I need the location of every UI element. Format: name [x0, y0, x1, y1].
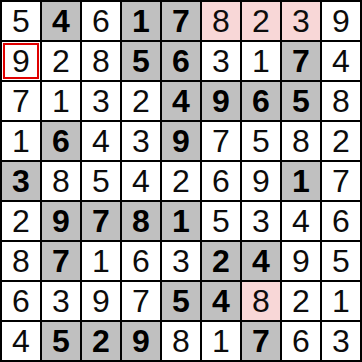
cell-digit: 5: [92, 165, 110, 197]
cell-digit: 2: [292, 285, 310, 317]
cell-digit: 1: [292, 165, 310, 197]
cell-digit: 1: [212, 325, 230, 357]
cell-r2c2[interactable]: 2: [42, 42, 80, 80]
cell-r8c7[interactable]: 8: [242, 282, 280, 320]
cell-digit: 9: [172, 125, 190, 157]
cell-digit: 8: [292, 125, 310, 157]
cell-r9c2[interactable]: 5: [42, 322, 80, 360]
cell-r2c8[interactable]: 7: [282, 42, 320, 80]
cell-digit: 5: [292, 85, 310, 117]
cell-digit: 6: [212, 165, 230, 197]
cell-digit: 9: [212, 85, 230, 117]
cell-digit: 5: [132, 45, 150, 77]
cell-r7c2[interactable]: 7: [42, 242, 80, 280]
cell-r8c4[interactable]: 7: [122, 282, 160, 320]
cell-r6c2[interactable]: 9: [42, 202, 80, 240]
cell-digit: 7: [172, 5, 190, 37]
cell-digit: 4: [52, 5, 70, 37]
cell-digit: 8: [252, 285, 270, 317]
cell-digit: 7: [252, 325, 270, 357]
cell-r4c1[interactable]: 1: [2, 122, 40, 160]
cell-r5c6[interactable]: 6: [202, 162, 240, 200]
cell-r8c6[interactable]: 4: [202, 282, 240, 320]
cell-r2c4[interactable]: 5: [122, 42, 160, 80]
cell-digit: 4: [132, 165, 150, 197]
cell-r6c5[interactable]: 1: [162, 202, 200, 240]
cell-r7c3[interactable]: 1: [82, 242, 120, 280]
cell-digit: 4: [332, 45, 350, 77]
cell-r9c3[interactable]: 2: [82, 322, 120, 360]
cell-r5c4[interactable]: 4: [122, 162, 160, 200]
cell-r5c5[interactable]: 2: [162, 162, 200, 200]
cell-r1c8[interactable]: 3: [282, 2, 320, 40]
cell-digit: 1: [132, 5, 150, 37]
cell-digit: 7: [212, 125, 230, 157]
cell-r8c5[interactable]: 5: [162, 282, 200, 320]
cell-digit: 9: [92, 285, 110, 317]
cell-r4c5[interactable]: 9: [162, 122, 200, 160]
cell-r6c3[interactable]: 7: [82, 202, 120, 240]
cell-r9c5[interactable]: 8: [162, 322, 200, 360]
cell-r4c7[interactable]: 5: [242, 122, 280, 160]
cell-digit: 4: [92, 125, 110, 157]
cell-digit: 7: [92, 205, 110, 237]
cell-digit: 2: [12, 205, 30, 237]
cell-digit: 7: [52, 245, 70, 277]
cell-digit: 1: [12, 125, 30, 157]
cell-r1c6[interactable]: 8: [202, 2, 240, 40]
cell-r4c9[interactable]: 2: [322, 122, 360, 160]
cell-digit: 2: [252, 5, 270, 37]
cell-r8c8[interactable]: 2: [282, 282, 320, 320]
cell-digit: 8: [132, 205, 150, 237]
cell-digit: 5: [332, 245, 350, 277]
cell-r7c4[interactable]: 6: [122, 242, 160, 280]
cell-r2c1[interactable]: 9: [2, 42, 40, 80]
cell-r3c7[interactable]: 6: [242, 82, 280, 120]
cell-digit: 1: [172, 205, 190, 237]
cell-digit: 8: [212, 5, 230, 37]
cell-r9c6[interactable]: 1: [202, 322, 240, 360]
cell-digit: 6: [332, 205, 350, 237]
cell-digit: 4: [12, 325, 30, 357]
cell-r8c2[interactable]: 3: [42, 282, 80, 320]
cell-digit: 1: [52, 85, 70, 117]
cell-r6c7[interactable]: 3: [242, 202, 280, 240]
cell-r5c9[interactable]: 7: [322, 162, 360, 200]
cell-digit: 7: [132, 285, 150, 317]
cell-r2c7[interactable]: 1: [242, 42, 280, 80]
cell-r7c8[interactable]: 9: [282, 242, 320, 280]
cell-r5c8[interactable]: 1: [282, 162, 320, 200]
cell-digit: 9: [292, 245, 310, 277]
cell-r6c1[interactable]: 2: [2, 202, 40, 240]
cell-r4c6[interactable]: 7: [202, 122, 240, 160]
cell-r4c2[interactable]: 6: [42, 122, 80, 160]
cell-r4c3[interactable]: 4: [82, 122, 120, 160]
cell-digit: 8: [172, 325, 190, 357]
cell-r1c5[interactable]: 7: [162, 2, 200, 40]
cell-digit: 3: [92, 85, 110, 117]
cell-r9c1[interactable]: 4: [2, 322, 40, 360]
cell-r1c4[interactable]: 1: [122, 2, 160, 40]
cell-digit: 7: [332, 165, 350, 197]
cell-digit: 8: [12, 245, 30, 277]
cell-r9c4[interactable]: 9: [122, 322, 160, 360]
cell-digit: 6: [172, 45, 190, 77]
cell-digit: 3: [12, 165, 30, 197]
cell-digit: 5: [212, 205, 230, 237]
cell-digit: 5: [252, 125, 270, 157]
cell-digit: 3: [172, 245, 190, 277]
cell-digit: 4: [212, 285, 230, 317]
cell-r3c3[interactable]: 3: [82, 82, 120, 120]
cell-r7c9[interactable]: 5: [322, 242, 360, 280]
cell-r3c9[interactable]: 8: [322, 82, 360, 120]
cell-digit: 3: [132, 125, 150, 157]
cell-digit: 1: [332, 285, 350, 317]
cell-r2c9[interactable]: 4: [322, 42, 360, 80]
cell-r7c6[interactable]: 2: [202, 242, 240, 280]
cell-r5c3[interactable]: 5: [82, 162, 120, 200]
cell-digit: 6: [252, 85, 270, 117]
cell-digit: 8: [92, 45, 110, 77]
cell-digit: 5: [172, 285, 190, 317]
cell-r6c9[interactable]: 6: [322, 202, 360, 240]
cell-digit: 9: [252, 165, 270, 197]
cell-digit: 2: [52, 45, 70, 77]
cell-digit: 5: [12, 5, 30, 37]
cell-r1c1[interactable]: 5: [2, 2, 40, 40]
cell-r4c4[interactable]: 3: [122, 122, 160, 160]
cell-digit: 1: [252, 45, 270, 77]
cell-r7c7[interactable]: 4: [242, 242, 280, 280]
cell-digit: 8: [52, 165, 70, 197]
cell-digit: 6: [132, 245, 150, 277]
cell-r8c9[interactable]: 1: [322, 282, 360, 320]
cell-digit: 4: [172, 85, 190, 117]
cell-r6c6[interactable]: 5: [202, 202, 240, 240]
cell-digit: 2: [172, 165, 190, 197]
cell-r7c1[interactable]: 8: [2, 242, 40, 280]
cell-digit: 3: [212, 45, 230, 77]
cell-r5c7[interactable]: 9: [242, 162, 280, 200]
cell-digit: 9: [332, 5, 350, 37]
cell-r1c7[interactable]: 2: [242, 2, 280, 40]
cell-r2c6[interactable]: 3: [202, 42, 240, 80]
cell-digit: 2: [92, 325, 110, 357]
cell-digit: 9: [12, 45, 30, 77]
cell-digit: 2: [132, 85, 150, 117]
cell-r3c2[interactable]: 1: [42, 82, 80, 120]
cell-digit: 1: [92, 245, 110, 277]
cell-r3c4[interactable]: 2: [122, 82, 160, 120]
cell-r3c5[interactable]: 4: [162, 82, 200, 120]
cell-r3c1[interactable]: 7: [2, 82, 40, 120]
cell-r6c8[interactable]: 4: [282, 202, 320, 240]
cell-digit: 4: [292, 205, 310, 237]
cell-digit: 3: [292, 5, 310, 37]
cell-digit: 5: [52, 325, 70, 357]
cell-digit: 4: [252, 245, 270, 277]
cell-r3c8[interactable]: 5: [282, 82, 320, 120]
cell-r3c6[interactable]: 9: [202, 82, 240, 120]
cell-r9c9[interactable]: 3: [322, 322, 360, 360]
cell-digit: 6: [92, 5, 110, 37]
cell-r8c1[interactable]: 6: [2, 282, 40, 320]
cell-digit: 7: [292, 45, 310, 77]
cell-digit: 9: [132, 325, 150, 357]
cell-digit: 7: [12, 85, 30, 117]
cell-digit: 2: [212, 245, 230, 277]
cell-r2c5[interactable]: 6: [162, 42, 200, 80]
cell-r8c3[interactable]: 9: [82, 282, 120, 320]
cell-digit: 6: [52, 125, 70, 157]
cell-r7c5[interactable]: 3: [162, 242, 200, 280]
cell-digit: 2: [332, 125, 350, 157]
cell-r1c9[interactable]: 9: [322, 2, 360, 40]
cell-r9c8[interactable]: 6: [282, 322, 320, 360]
cell-digit: 3: [52, 285, 70, 317]
cell-digit: 3: [252, 205, 270, 237]
cell-r5c2[interactable]: 8: [42, 162, 80, 200]
cell-digit: 3: [332, 325, 350, 357]
cell-digit: 8: [332, 85, 350, 117]
cell-digit: 9: [52, 205, 70, 237]
cell-r5c1[interactable]: 3: [2, 162, 40, 200]
cell-digit: 6: [12, 285, 30, 317]
cell-r6c4[interactable]: 8: [122, 202, 160, 240]
cell-r1c2[interactable]: 4: [42, 2, 80, 40]
sudoku-board: 5461782399285631747132496581643975823854…: [0, 0, 362, 362]
cell-digit: 6: [292, 325, 310, 357]
cell-r1c3[interactable]: 6: [82, 2, 120, 40]
cell-r2c3[interactable]: 8: [82, 42, 120, 80]
cell-r4c8[interactable]: 8: [282, 122, 320, 160]
cell-r9c7[interactable]: 7: [242, 322, 280, 360]
